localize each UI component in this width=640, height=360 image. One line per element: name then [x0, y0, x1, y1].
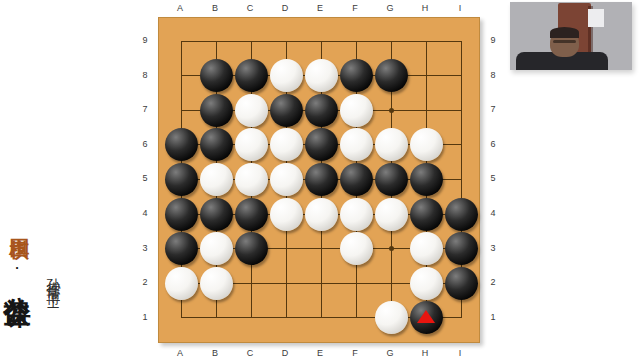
stone-black[interactable]: [200, 94, 233, 127]
stone-white[interactable]: [375, 301, 408, 334]
stone-black[interactable]: [375, 163, 408, 196]
stone-black[interactable]: [445, 198, 478, 231]
coordinate-label-bottom: B: [208, 347, 222, 359]
coordinate-label-right: 9: [486, 34, 500, 46]
stone-white[interactable]: [340, 232, 373, 265]
stone-black[interactable]: [235, 198, 268, 231]
stone-white[interactable]: [165, 267, 198, 300]
stone-white[interactable]: [305, 198, 338, 231]
coordinate-label-bottom: E: [313, 347, 327, 359]
coordinate-label-top: C: [243, 2, 257, 14]
coordinate-label-top: E: [313, 2, 327, 14]
stone-white[interactable]: [340, 198, 373, 231]
stone-white[interactable]: [235, 163, 268, 196]
stone-black[interactable]: [165, 232, 198, 265]
star-point: [389, 108, 394, 113]
coordinate-label-right: 8: [486, 69, 500, 81]
coordinate-label-left: 2: [138, 276, 152, 288]
coordinate-label-right: 5: [486, 172, 500, 184]
stone-white[interactable]: [305, 59, 338, 92]
stone-black[interactable]: [200, 59, 233, 92]
glasses: [553, 40, 576, 43]
stone-white[interactable]: [200, 232, 233, 265]
person-hair: [550, 27, 579, 38]
course-title-text: 公益课: [2, 275, 32, 281]
stone-black[interactable]: [235, 232, 268, 265]
stone-white[interactable]: [200, 267, 233, 300]
coordinate-label-bottom: A: [173, 347, 187, 359]
stone-black[interactable]: [340, 59, 373, 92]
coordinate-label-left: 5: [138, 172, 152, 184]
stone-white[interactable]: [375, 128, 408, 161]
stone-white[interactable]: [235, 128, 268, 161]
stone-black[interactable]: [305, 163, 338, 196]
stone-white[interactable]: [270, 163, 303, 196]
coordinate-label-right: 2: [486, 276, 500, 288]
separator-dot: ·: [10, 260, 25, 275]
coordinate-label-right: 3: [486, 242, 500, 254]
stone-white[interactable]: [270, 59, 303, 92]
stone-black[interactable]: [165, 198, 198, 231]
stone-black[interactable]: [305, 94, 338, 127]
coordinate-label-top: H: [418, 2, 432, 14]
coordinate-label-top: F: [348, 2, 362, 14]
stone-white[interactable]: [410, 232, 443, 265]
stone-white[interactable]: [340, 94, 373, 127]
goban[interactable]: [158, 17, 480, 343]
coordinate-label-bottom: F: [348, 347, 362, 359]
stone-black[interactable]: [340, 163, 373, 196]
coordinate-label-top: B: [208, 2, 222, 14]
coordinate-label-bottom: D: [278, 347, 292, 359]
stone-white[interactable]: [200, 163, 233, 196]
stone-black[interactable]: [305, 128, 338, 161]
coordinate-label-bottom: I: [453, 347, 467, 359]
coordinate-label-bottom: G: [383, 347, 397, 359]
star-point: [389, 246, 394, 251]
coordinate-label-right: 6: [486, 138, 500, 150]
stone-black[interactable]: [165, 163, 198, 196]
coordinate-label-top: G: [383, 2, 397, 14]
coordinate-label-left: 4: [138, 207, 152, 219]
stone-white[interactable]: [375, 198, 408, 231]
stone-black[interactable]: [375, 59, 408, 92]
stone-black[interactable]: [235, 59, 268, 92]
stone-white[interactable]: [270, 198, 303, 231]
coordinate-label-left: 3: [138, 242, 152, 254]
stone-black[interactable]: [200, 198, 233, 231]
stone-black[interactable]: [165, 128, 198, 161]
stone-white[interactable]: [410, 267, 443, 300]
coordinate-label-left: 9: [138, 34, 152, 46]
stone-black[interactable]: [270, 94, 303, 127]
coordinate-label-bottom: C: [243, 347, 257, 359]
coordinate-label-right: 7: [486, 103, 500, 115]
stone-white[interactable]: [270, 128, 303, 161]
course-title: ·公益课: [3, 260, 30, 281]
stone-black[interactable]: [410, 198, 443, 231]
coordinate-label-right: 1: [486, 311, 500, 323]
stone-white[interactable]: [340, 128, 373, 161]
logo-weiqi: 围棋: [7, 222, 34, 226]
coordinate-label-left: 7: [138, 103, 152, 115]
coordinate-label-top: I: [453, 2, 467, 14]
stone-black[interactable]: [445, 232, 478, 265]
instructor-name: 孙德常博士: [44, 267, 62, 287]
coordinate-label-bottom: H: [418, 347, 432, 359]
coordinate-label-top: A: [173, 2, 187, 14]
stone-black[interactable]: [410, 301, 443, 334]
stone-black[interactable]: [445, 267, 478, 300]
bright-window: [588, 9, 604, 27]
lecture-frame: 围棋 ·公益课 孙德常博士 AABBCCDDEEFFGGHHII99887766…: [0, 0, 640, 360]
stone-white[interactable]: [235, 94, 268, 127]
webcam-video: [510, 2, 632, 70]
coordinate-label-left: 8: [138, 69, 152, 81]
coordinate-label-left: 6: [138, 138, 152, 150]
coordinate-label-top: D: [278, 2, 292, 14]
stone-white[interactable]: [410, 128, 443, 161]
coordinate-label-right: 4: [486, 207, 500, 219]
stone-black[interactable]: [410, 163, 443, 196]
coordinate-label-left: 1: [138, 311, 152, 323]
stone-black[interactable]: [200, 128, 233, 161]
last-move-marker-icon: [417, 310, 435, 323]
